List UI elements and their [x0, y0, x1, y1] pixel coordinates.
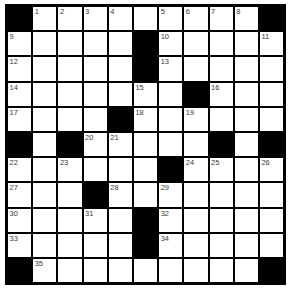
white-cell[interactable] — [184, 234, 207, 257]
clue-number: 30 — [10, 209, 18, 218]
white-cell[interactable] — [210, 57, 233, 80]
clue-number: 4 — [110, 7, 114, 16]
white-cell[interactable]: 29 — [159, 183, 182, 206]
black-cell — [8, 7, 31, 30]
white-cell[interactable] — [58, 234, 81, 257]
clue-number: 6 — [186, 7, 190, 16]
black-cell — [84, 183, 107, 206]
clue-number: 19 — [186, 108, 194, 117]
black-cell — [260, 259, 283, 282]
clue-number: 10 — [161, 32, 169, 41]
clue-number: 16 — [211, 83, 219, 92]
white-cell[interactable]: 20 — [84, 133, 107, 156]
white-cell[interactable]: 27 — [8, 183, 31, 206]
white-cell[interactable] — [33, 158, 56, 181]
white-cell[interactable] — [58, 209, 81, 232]
black-cell — [260, 7, 283, 30]
black-cell — [8, 259, 31, 282]
clue-number: 32 — [161, 209, 169, 218]
crossword-grid: 1234567891011121314151617181920212223242… — [5, 4, 286, 285]
white-cell[interactable]: 23 — [58, 158, 81, 181]
white-cell[interactable] — [58, 108, 81, 131]
white-cell[interactable] — [184, 32, 207, 55]
black-cell — [109, 108, 132, 131]
clue-number: 13 — [161, 57, 169, 66]
white-cell[interactable] — [235, 183, 258, 206]
white-cell[interactable] — [33, 32, 56, 55]
white-cell[interactable] — [84, 158, 107, 181]
white-cell[interactable]: 5 — [159, 7, 182, 30]
black-cell — [159, 158, 182, 181]
white-cell[interactable] — [184, 133, 207, 156]
white-cell[interactable] — [58, 183, 81, 206]
white-cell[interactable] — [109, 209, 132, 232]
white-cell[interactable] — [84, 57, 107, 80]
white-cell[interactable]: 22 — [8, 158, 31, 181]
white-cell[interactable] — [58, 32, 81, 55]
clue-number: 22 — [10, 158, 18, 167]
white-cell[interactable] — [134, 133, 157, 156]
white-cell[interactable]: 1 — [33, 7, 56, 30]
white-cell[interactable] — [235, 209, 258, 232]
white-cell[interactable] — [134, 259, 157, 282]
clue-number: 3 — [85, 7, 89, 16]
white-cell[interactable]: 25 — [210, 158, 233, 181]
white-cell[interactable] — [109, 57, 132, 80]
black-cell — [134, 234, 157, 257]
white-cell[interactable] — [159, 259, 182, 282]
clue-number: 24 — [186, 158, 194, 167]
white-cell[interactable] — [33, 57, 56, 80]
clue-number: 29 — [161, 183, 169, 192]
white-cell[interactable] — [260, 209, 283, 232]
white-cell[interactable]: 26 — [260, 158, 283, 181]
black-cell — [260, 133, 283, 156]
white-cell[interactable]: 33 — [8, 234, 31, 257]
white-cell[interactable] — [58, 259, 81, 282]
white-cell[interactable] — [235, 83, 258, 106]
white-cell[interactable] — [84, 108, 107, 131]
white-cell[interactable] — [109, 32, 132, 55]
black-cell — [210, 133, 233, 156]
white-cell[interactable]: 17 — [8, 108, 31, 131]
white-cell[interactable] — [33, 209, 56, 232]
white-cell[interactable]: 8 — [235, 7, 258, 30]
white-cell[interactable]: 13 — [159, 57, 182, 80]
white-cell[interactable] — [210, 108, 233, 131]
clue-number: 1 — [35, 7, 39, 16]
white-cell[interactable] — [33, 133, 56, 156]
white-cell[interactable]: 4 — [109, 7, 132, 30]
white-cell[interactable] — [109, 83, 132, 106]
white-cell[interactable] — [210, 209, 233, 232]
white-cell[interactable]: 11 — [260, 32, 283, 55]
white-cell[interactable]: 14 — [8, 83, 31, 106]
clue-number: 12 — [10, 57, 18, 66]
white-cell[interactable] — [210, 234, 233, 257]
white-cell[interactable]: 7 — [210, 7, 233, 30]
white-cell[interactable]: 6 — [184, 7, 207, 30]
white-cell[interactable]: 16 — [210, 83, 233, 106]
white-cell[interactable] — [109, 234, 132, 257]
clue-number: 23 — [60, 158, 68, 167]
white-cell[interactable] — [235, 108, 258, 131]
clue-number: 2 — [60, 7, 64, 16]
clue-number: 27 — [10, 183, 18, 192]
white-cell[interactable]: 28 — [109, 183, 132, 206]
white-cell[interactable]: 9 — [8, 32, 31, 55]
white-cell[interactable]: 12 — [8, 57, 31, 80]
white-cell[interactable] — [84, 234, 107, 257]
clue-number: 17 — [10, 108, 18, 117]
white-cell[interactable] — [260, 108, 283, 131]
black-cell — [8, 133, 31, 156]
white-cell[interactable] — [33, 108, 56, 131]
white-cell[interactable]: 19 — [184, 108, 207, 131]
clue-number: 11 — [261, 32, 269, 41]
white-cell[interactable] — [184, 183, 207, 206]
white-cell[interactable] — [134, 7, 157, 30]
white-cell[interactable]: 21 — [109, 133, 132, 156]
clue-number: 18 — [135, 108, 143, 117]
white-cell[interactable]: 31 — [84, 209, 107, 232]
clue-number: 7 — [211, 7, 215, 16]
white-cell[interactable] — [184, 57, 207, 80]
clue-number: 31 — [85, 209, 93, 218]
white-cell[interactable] — [58, 83, 81, 106]
white-cell[interactable] — [260, 183, 283, 206]
clue-number: 35 — [35, 259, 43, 268]
white-cell[interactable]: 30 — [8, 209, 31, 232]
clue-number: 15 — [135, 83, 143, 92]
white-cell[interactable] — [109, 158, 132, 181]
white-cell[interactable]: 15 — [134, 83, 157, 106]
white-cell[interactable] — [184, 209, 207, 232]
white-cell[interactable] — [235, 57, 258, 80]
white-cell[interactable]: 35 — [33, 259, 56, 282]
clue-number: 8 — [236, 7, 240, 16]
white-cell[interactable] — [33, 234, 56, 257]
black-cell — [134, 32, 157, 55]
clue-number: 26 — [261, 158, 269, 167]
white-cell[interactable] — [210, 259, 233, 282]
white-cell[interactable]: 24 — [184, 158, 207, 181]
black-cell — [134, 57, 157, 80]
white-cell[interactable] — [84, 32, 107, 55]
white-cell[interactable] — [109, 259, 132, 282]
clue-number: 20 — [85, 133, 93, 142]
clue-number: 34 — [161, 234, 169, 243]
white-cell[interactable] — [210, 32, 233, 55]
white-cell[interactable] — [84, 259, 107, 282]
white-cell[interactable] — [134, 183, 157, 206]
black-cell — [184, 83, 207, 106]
clue-number: 33 — [10, 234, 18, 243]
white-cell[interactable] — [184, 259, 207, 282]
white-cell[interactable] — [58, 57, 81, 80]
white-cell[interactable] — [260, 234, 283, 257]
white-cell[interactable] — [134, 158, 157, 181]
clue-number: 25 — [211, 158, 219, 167]
white-cell[interactable]: 18 — [134, 108, 157, 131]
clue-number: 5 — [161, 7, 165, 16]
crossword-board: 1234567891011121314151617181920212223242… — [5, 4, 286, 285]
white-cell[interactable] — [235, 158, 258, 181]
white-cell[interactable]: 10 — [159, 32, 182, 55]
white-cell[interactable] — [235, 32, 258, 55]
clue-number: 14 — [10, 83, 18, 92]
black-cell — [58, 133, 81, 156]
white-cell[interactable] — [84, 83, 107, 106]
black-cell — [134, 209, 157, 232]
white-cell[interactable] — [159, 83, 182, 106]
white-cell[interactable] — [159, 108, 182, 131]
white-cell[interactable] — [159, 133, 182, 156]
white-cell[interactable]: 32 — [159, 209, 182, 232]
white-cell[interactable]: 34 — [159, 234, 182, 257]
white-cell[interactable]: 3 — [84, 7, 107, 30]
clue-number: 21 — [110, 133, 118, 142]
white-cell[interactable] — [260, 83, 283, 106]
white-cell[interactable] — [260, 57, 283, 80]
white-cell[interactable]: 2 — [58, 7, 81, 30]
white-cell[interactable] — [33, 183, 56, 206]
clue-number: 28 — [110, 183, 118, 192]
white-cell[interactable] — [235, 133, 258, 156]
white-cell[interactable] — [210, 183, 233, 206]
white-cell[interactable] — [33, 83, 56, 106]
clue-number: 9 — [10, 32, 14, 41]
white-cell[interactable] — [235, 234, 258, 257]
white-cell[interactable] — [235, 259, 258, 282]
